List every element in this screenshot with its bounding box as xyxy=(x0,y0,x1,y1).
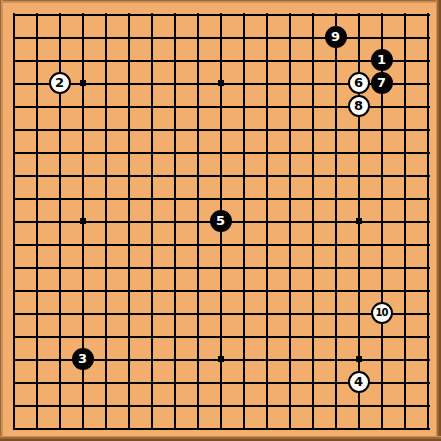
star-point xyxy=(218,356,224,362)
stone-black-3[interactable]: 3 xyxy=(72,348,94,370)
stone-white-10[interactable]: 10 xyxy=(371,302,393,324)
star-point xyxy=(356,218,362,224)
board-frame-left xyxy=(0,0,3,441)
stone-black-5[interactable]: 5 xyxy=(210,210,232,232)
star-point xyxy=(80,218,86,224)
star-point xyxy=(80,80,86,86)
stone-black-9[interactable]: 9 xyxy=(325,26,347,48)
board-frame-bottom xyxy=(0,436,441,441)
board-grid[interactable]: 12345678910 xyxy=(2,2,439,439)
board-frame-top xyxy=(0,0,441,3)
stone-black-1[interactable]: 1 xyxy=(371,49,393,71)
star-point xyxy=(218,80,224,86)
stone-black-7[interactable]: 7 xyxy=(371,72,393,94)
star-point xyxy=(356,356,362,362)
stone-white-2[interactable]: 2 xyxy=(49,72,71,94)
stone-white-6[interactable]: 6 xyxy=(348,72,370,94)
stone-white-4[interactable]: 4 xyxy=(348,371,370,393)
go-board: 12345678910 xyxy=(0,0,441,441)
stone-white-8[interactable]: 8 xyxy=(348,95,370,117)
board-frame-right xyxy=(436,0,441,441)
